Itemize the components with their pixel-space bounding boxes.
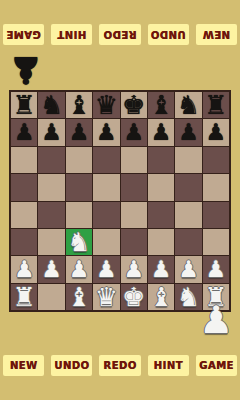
bottom-toolbar: NEW UNDO REDO HINT GAME bbox=[0, 355, 240, 376]
game-button[interactable]: GAME bbox=[196, 355, 237, 376]
top-redo-button[interactable]: REDO bbox=[99, 24, 140, 45]
square-c5[interactable] bbox=[66, 174, 92, 200]
white-pawn: ♟ bbox=[206, 258, 227, 281]
square-g8[interactable]: ♞ bbox=[175, 92, 201, 118]
white-bishop: ♝ bbox=[67, 284, 90, 310]
black-knight: ♞ bbox=[177, 92, 200, 118]
black-pawn-indicator: ♟ bbox=[9, 51, 43, 89]
square-e3[interactable] bbox=[121, 229, 147, 255]
square-b4[interactable] bbox=[38, 202, 64, 228]
square-h7[interactable]: ♟ bbox=[203, 119, 229, 145]
square-h2[interactable]: ♟ bbox=[203, 256, 229, 282]
square-e7[interactable]: ♟ bbox=[121, 119, 147, 145]
square-e1[interactable]: ♚ bbox=[121, 284, 147, 310]
black-bishop: ♝ bbox=[67, 92, 90, 118]
chess-board: ♜♞♝♛♚♝♞♜♟♟♟♟♟♟♟♟♞♟♟♟♟♟♟♟♟♜♝♛♚♝♞♜ bbox=[9, 90, 231, 312]
white-pawn: ♟ bbox=[178, 258, 199, 281]
square-c4[interactable] bbox=[66, 202, 92, 228]
square-e4[interactable] bbox=[121, 202, 147, 228]
black-pawn: ♟ bbox=[123, 121, 144, 144]
square-h5[interactable] bbox=[203, 174, 229, 200]
white-queen: ♛ bbox=[95, 284, 118, 310]
square-e8[interactable]: ♚ bbox=[121, 92, 147, 118]
square-e6[interactable] bbox=[121, 147, 147, 173]
square-d4[interactable] bbox=[93, 202, 119, 228]
black-rook: ♜ bbox=[204, 92, 227, 118]
white-pawn: ♟ bbox=[151, 258, 172, 281]
white-pawn-indicator: ♟ bbox=[199, 301, 233, 339]
square-a4[interactable] bbox=[11, 202, 37, 228]
black-queen: ♛ bbox=[95, 92, 118, 118]
black-pawn: ♟ bbox=[14, 121, 35, 144]
square-g4[interactable] bbox=[175, 202, 201, 228]
square-c8[interactable]: ♝ bbox=[66, 92, 92, 118]
square-a2[interactable]: ♟ bbox=[11, 256, 37, 282]
black-bishop: ♝ bbox=[149, 92, 172, 118]
square-d7[interactable]: ♟ bbox=[93, 119, 119, 145]
white-pawn: ♟ bbox=[14, 258, 35, 281]
square-h4[interactable] bbox=[203, 202, 229, 228]
square-a3[interactable] bbox=[11, 229, 37, 255]
square-f2[interactable]: ♟ bbox=[148, 256, 174, 282]
chess-app-screen: NEW UNDO REDO HINT GAME ♟ ♜♞♝♛♚♝♞♜♟♟♟♟♟♟… bbox=[0, 0, 240, 400]
square-b3[interactable] bbox=[38, 229, 64, 255]
undo-button[interactable]: UNDO bbox=[51, 355, 92, 376]
square-g5[interactable] bbox=[175, 174, 201, 200]
square-g7[interactable]: ♟ bbox=[175, 119, 201, 145]
top-toolbar: NEW UNDO REDO HINT GAME bbox=[0, 24, 240, 45]
square-g2[interactable]: ♟ bbox=[175, 256, 201, 282]
redo-button[interactable]: REDO bbox=[99, 355, 140, 376]
white-rook: ♜ bbox=[13, 284, 36, 310]
white-king: ♚ bbox=[122, 284, 145, 310]
square-b6[interactable] bbox=[38, 147, 64, 173]
square-c3[interactable]: ♞ bbox=[66, 229, 92, 255]
square-h8[interactable]: ♜ bbox=[203, 92, 229, 118]
square-f7[interactable]: ♟ bbox=[148, 119, 174, 145]
square-f6[interactable] bbox=[148, 147, 174, 173]
square-d6[interactable] bbox=[93, 147, 119, 173]
square-h6[interactable] bbox=[203, 147, 229, 173]
new-button[interactable]: NEW bbox=[3, 355, 44, 376]
square-g3[interactable] bbox=[175, 229, 201, 255]
white-pawn: ♟ bbox=[96, 258, 117, 281]
square-b2[interactable]: ♟ bbox=[38, 256, 64, 282]
square-f8[interactable]: ♝ bbox=[148, 92, 174, 118]
square-a8[interactable]: ♜ bbox=[11, 92, 37, 118]
top-undo-button[interactable]: UNDO bbox=[148, 24, 189, 45]
black-pawn: ♟ bbox=[178, 121, 199, 144]
square-e2[interactable]: ♟ bbox=[121, 256, 147, 282]
white-pawn: ♟ bbox=[123, 258, 144, 281]
top-game-button[interactable]: GAME bbox=[3, 24, 44, 45]
white-knight: ♞ bbox=[177, 284, 200, 310]
square-g6[interactable] bbox=[175, 147, 201, 173]
square-b8[interactable]: ♞ bbox=[38, 92, 64, 118]
white-pawn: ♟ bbox=[41, 258, 62, 281]
square-d1[interactable]: ♛ bbox=[93, 284, 119, 310]
square-f3[interactable] bbox=[148, 229, 174, 255]
square-e5[interactable] bbox=[121, 174, 147, 200]
square-a7[interactable]: ♟ bbox=[11, 119, 37, 145]
square-a1[interactable]: ♜ bbox=[11, 284, 37, 310]
white-pawn: ♟ bbox=[69, 258, 90, 281]
square-f4[interactable] bbox=[148, 202, 174, 228]
square-b1[interactable] bbox=[38, 284, 64, 310]
black-king: ♚ bbox=[122, 92, 145, 118]
square-f1[interactable]: ♝ bbox=[148, 284, 174, 310]
square-d8[interactable]: ♛ bbox=[93, 92, 119, 118]
black-pawn: ♟ bbox=[69, 121, 90, 144]
square-b7[interactable]: ♟ bbox=[38, 119, 64, 145]
black-knight: ♞ bbox=[40, 92, 63, 118]
square-c6[interactable] bbox=[66, 147, 92, 173]
square-d5[interactable] bbox=[93, 174, 119, 200]
top-new-button[interactable]: NEW bbox=[196, 24, 237, 45]
top-hint-button[interactable]: HINT bbox=[51, 24, 92, 45]
square-g1[interactable]: ♞ bbox=[175, 284, 201, 310]
square-c7[interactable]: ♟ bbox=[66, 119, 92, 145]
square-b5[interactable] bbox=[38, 174, 64, 200]
white-knight: ♞ bbox=[67, 229, 90, 255]
square-a5[interactable] bbox=[11, 174, 37, 200]
square-c2[interactable]: ♟ bbox=[66, 256, 92, 282]
square-f5[interactable] bbox=[148, 174, 174, 200]
black-rook: ♜ bbox=[13, 92, 36, 118]
square-c1[interactable]: ♝ bbox=[66, 284, 92, 310]
black-pawn: ♟ bbox=[41, 121, 62, 144]
black-pawn: ♟ bbox=[151, 121, 172, 144]
black-pawn: ♟ bbox=[206, 121, 227, 144]
black-pawn: ♟ bbox=[96, 121, 117, 144]
white-bishop: ♝ bbox=[149, 284, 172, 310]
square-d3[interactable] bbox=[93, 229, 119, 255]
square-a6[interactable] bbox=[11, 147, 37, 173]
square-d2[interactable]: ♟ bbox=[93, 256, 119, 282]
square-h3[interactable] bbox=[203, 229, 229, 255]
hint-button[interactable]: HINT bbox=[148, 355, 189, 376]
